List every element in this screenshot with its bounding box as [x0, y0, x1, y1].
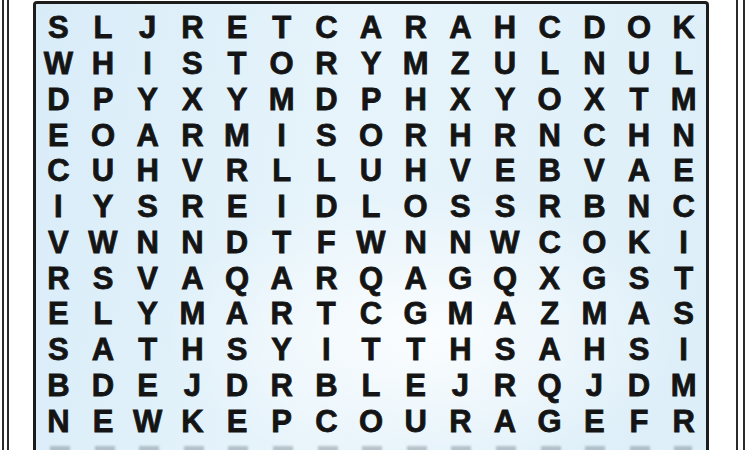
- grid-cell: U: [81, 153, 126, 189]
- grid-cell: C: [572, 117, 617, 153]
- grid-cell: W: [36, 46, 81, 82]
- grid-cell: A: [349, 10, 394, 46]
- grid-cell: H: [438, 117, 483, 153]
- grid-cell: R: [438, 403, 483, 439]
- grid-cell: A: [259, 260, 304, 296]
- grid-cell: U: [349, 153, 394, 189]
- grid-cell: Q: [215, 260, 260, 296]
- grid-cell: E: [36, 117, 81, 153]
- grid-cell: H: [483, 10, 528, 46]
- grid-cell: R: [170, 189, 215, 225]
- grid-cell: S: [125, 189, 170, 225]
- grid-cell: T: [661, 260, 706, 296]
- grid-cell: R: [393, 10, 438, 46]
- grid-cell: I: [259, 117, 304, 153]
- grid-cell: C: [527, 10, 572, 46]
- grid-cell: I: [661, 225, 706, 261]
- grid-cell: C: [304, 403, 349, 439]
- grid-cell: N: [527, 117, 572, 153]
- grid-cell: M: [661, 368, 706, 404]
- grid-cell: R: [170, 10, 215, 46]
- grid-cell: K: [170, 403, 215, 439]
- grid-cell: X: [170, 82, 215, 118]
- grid-cell: H: [393, 82, 438, 118]
- grid-cell: N: [617, 189, 662, 225]
- grid-cell: N: [393, 225, 438, 261]
- grid-cell: E: [36, 296, 81, 332]
- grid-cell: R: [259, 296, 304, 332]
- grid-cell: J: [170, 368, 215, 404]
- grid-cell: D: [215, 225, 260, 261]
- grid-cell: L: [259, 153, 304, 189]
- grid-cell: G: [572, 260, 617, 296]
- grid-cell: I: [304, 332, 349, 368]
- grid-cell: O: [349, 117, 394, 153]
- grid-cell: O: [572, 225, 617, 261]
- grid-cell: R: [527, 189, 572, 225]
- grid-cell: E: [572, 403, 617, 439]
- grid-cell: Z: [438, 46, 483, 82]
- grid-cell: W: [483, 225, 528, 261]
- grid-cell: H: [393, 153, 438, 189]
- grid-cell: Y: [81, 189, 126, 225]
- grid-cell: S: [304, 117, 349, 153]
- grid-cell: S: [661, 296, 706, 332]
- grid-cell: S: [617, 332, 662, 368]
- page-edge-line-left-inner: [7, 0, 9, 450]
- grid-cell: A: [617, 296, 662, 332]
- grid-cell: V: [438, 153, 483, 189]
- grid-cell: Y: [483, 82, 528, 118]
- grid-cell: S: [170, 46, 215, 82]
- grid-cell: T: [617, 82, 662, 118]
- grid-cell: O: [393, 189, 438, 225]
- grid-cell: A: [393, 260, 438, 296]
- grid-cell: I: [259, 189, 304, 225]
- grid-cell: S: [81, 260, 126, 296]
- grid-cell: R: [483, 117, 528, 153]
- grid-cell: C: [349, 296, 394, 332]
- grid-cell: A: [125, 117, 170, 153]
- grid-cell: S: [617, 260, 662, 296]
- grid-cell: O: [259, 46, 304, 82]
- grid-cell: N: [438, 225, 483, 261]
- grid-cell: H: [572, 332, 617, 368]
- grid-cell: A: [170, 260, 215, 296]
- grid-cell: S: [438, 189, 483, 225]
- grid-cell: S: [36, 332, 81, 368]
- grid-cell: X: [527, 260, 572, 296]
- grid-cell: J: [125, 10, 170, 46]
- grid-cell: M: [259, 82, 304, 118]
- grid-cell: L: [661, 46, 706, 82]
- grid-cell: K: [617, 225, 662, 261]
- grid-cell: C: [527, 225, 572, 261]
- grid-cell: E: [125, 368, 170, 404]
- grid-cell: U: [483, 46, 528, 82]
- grid-cell: Y: [259, 332, 304, 368]
- grid-cell: Y: [125, 82, 170, 118]
- grid-cell: T: [259, 10, 304, 46]
- grid-cell: S: [483, 332, 528, 368]
- grid-cell: E: [81, 403, 126, 439]
- grid-cell: M: [170, 296, 215, 332]
- grid-cell: T: [393, 332, 438, 368]
- grid-cell: L: [349, 189, 394, 225]
- grid-cell: P: [81, 82, 126, 118]
- grid-cell: O: [617, 10, 662, 46]
- grid-cell: T: [215, 46, 260, 82]
- grid-cell: R: [36, 260, 81, 296]
- grid-cell: C: [304, 10, 349, 46]
- grid-cell: H: [125, 153, 170, 189]
- grid-cell: B: [572, 189, 617, 225]
- grid-cell: A: [81, 332, 126, 368]
- grid-cell: L: [81, 10, 126, 46]
- grid-cell: A: [438, 10, 483, 46]
- grid-cell: P: [259, 403, 304, 439]
- grid-cell: Q: [527, 368, 572, 404]
- grid-cell: I: [125, 46, 170, 82]
- grid-cell: A: [483, 403, 528, 439]
- grid-cell: D: [617, 368, 662, 404]
- grid-cell: E: [215, 189, 260, 225]
- grid-cell: Y: [215, 82, 260, 118]
- grid-cell: V: [170, 153, 215, 189]
- grid-cell: Q: [349, 260, 394, 296]
- grid-cell: T: [349, 332, 394, 368]
- grid-cell: C: [661, 189, 706, 225]
- grid-cell: P: [349, 82, 394, 118]
- grid-cell: N: [36, 403, 81, 439]
- grid-cell: H: [170, 332, 215, 368]
- grid-cell: S: [215, 332, 260, 368]
- grid-cell: U: [393, 403, 438, 439]
- grid-cell: H: [438, 332, 483, 368]
- grid-cell: R: [393, 117, 438, 153]
- grid-cell: B: [36, 368, 81, 404]
- grid-cell: G: [527, 403, 572, 439]
- grid-cell: W: [81, 225, 126, 261]
- grid-cell: G: [393, 296, 438, 332]
- grid-cell: J: [572, 368, 617, 404]
- grid-cell: D: [215, 368, 260, 404]
- grid-cell: I: [36, 189, 81, 225]
- grid-cell: N: [170, 225, 215, 261]
- grid-cell: M: [215, 117, 260, 153]
- grid-cell: M: [393, 46, 438, 82]
- grid-cell: R: [170, 117, 215, 153]
- grid-cell: U: [617, 46, 662, 82]
- grid-cell: V: [125, 260, 170, 296]
- grid-cell: M: [438, 296, 483, 332]
- grid-cell: E: [393, 368, 438, 404]
- grid-cell: A: [483, 296, 528, 332]
- grid-cell: Y: [349, 46, 394, 82]
- grid-cell: R: [259, 368, 304, 404]
- grid-cell: B: [304, 368, 349, 404]
- grid-cell: A: [617, 153, 662, 189]
- grid-cell: L: [304, 153, 349, 189]
- grid-cell: F: [617, 403, 662, 439]
- grid-cell: A: [215, 296, 260, 332]
- grid-cell: M: [572, 296, 617, 332]
- grid-cell: K: [661, 10, 706, 46]
- grid-cell: L: [81, 296, 126, 332]
- cropped-next-row-marks: [50, 446, 692, 450]
- grid-cell: N: [661, 117, 706, 153]
- grid-cell: Z: [527, 296, 572, 332]
- grid-cell: V: [36, 225, 81, 261]
- grid-cell: R: [304, 260, 349, 296]
- grid-cell: W: [349, 225, 394, 261]
- grid-cell: S: [483, 189, 528, 225]
- grid-cell: S: [36, 10, 81, 46]
- grid-cell: O: [527, 82, 572, 118]
- grid-cell: V: [572, 153, 617, 189]
- grid-cell: A: [527, 332, 572, 368]
- grid-cell: C: [36, 153, 81, 189]
- grid-cell: L: [527, 46, 572, 82]
- grid-cell: E: [215, 403, 260, 439]
- grid-cell: T: [259, 225, 304, 261]
- grid-cell: H: [81, 46, 126, 82]
- word-search-panel: SLJRETCARAHCDOKWHISTORYMZULNULDPYXYMDPHX…: [33, 1, 709, 450]
- grid-cell: R: [215, 153, 260, 189]
- grid-cell: G: [438, 260, 483, 296]
- grid-cell: R: [304, 46, 349, 82]
- grid-cell: O: [349, 403, 394, 439]
- grid-cell: H: [617, 117, 662, 153]
- grid-cell: J: [438, 368, 483, 404]
- grid-cell: M: [661, 82, 706, 118]
- grid-cell: E: [483, 153, 528, 189]
- grid-cell: D: [304, 189, 349, 225]
- grid-cell: D: [304, 82, 349, 118]
- grid-cell: X: [438, 82, 483, 118]
- grid-cell: R: [483, 368, 528, 404]
- grid-cell: D: [81, 368, 126, 404]
- grid-cell: B: [527, 153, 572, 189]
- grid-cell: O: [81, 117, 126, 153]
- grid-cell: D: [572, 10, 617, 46]
- grid-cell: W: [125, 403, 170, 439]
- page-edge-line-right-outer: [743, 0, 745, 450]
- grid-cell: Q: [483, 260, 528, 296]
- grid-cell: E: [661, 153, 706, 189]
- grid-cell: T: [125, 332, 170, 368]
- grid-cell: Y: [125, 296, 170, 332]
- worksheet-page: { "game": "word-search", "position": "SL…: [0, 0, 750, 450]
- page-edge-line-right-inner: [736, 0, 738, 450]
- grid-cell: T: [304, 296, 349, 332]
- grid-cell: E: [215, 10, 260, 46]
- grid-cell: R: [661, 403, 706, 439]
- grid-cell: X: [572, 82, 617, 118]
- grid-cell: F: [304, 225, 349, 261]
- word-search-grid: SLJRETCARAHCDOKWHISTORYMZULNULDPYXYMDPHX…: [36, 10, 706, 439]
- grid-cell: L: [349, 368, 394, 404]
- grid-cell: N: [125, 225, 170, 261]
- grid-cell: I: [661, 332, 706, 368]
- grid-cell: D: [36, 82, 81, 118]
- page-edge-line-left-outer: [2, 0, 4, 450]
- grid-cell: N: [572, 46, 617, 82]
